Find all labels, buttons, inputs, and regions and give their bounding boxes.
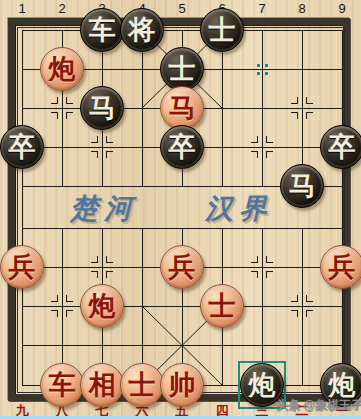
move-from-marker — [257, 64, 260, 67]
column-label-top-5: 5 — [172, 1, 192, 16]
piece-black-general[interactable]: 将 — [120, 8, 164, 52]
position-marker — [106, 271, 113, 278]
grid-line-vertical — [142, 30, 143, 186]
piece-red-chariot[interactable]: 车 — [40, 363, 84, 407]
piece-character: 士 — [169, 47, 196, 91]
piece-character: 兵 — [9, 245, 36, 289]
piece-red-advisor[interactable]: 士 — [120, 363, 164, 407]
position-marker — [51, 295, 58, 302]
piece-red-soldier[interactable]: 兵 — [320, 245, 361, 289]
column-label-top-2: 2 — [52, 1, 72, 16]
position-marker — [266, 136, 273, 143]
piece-black-soldier[interactable]: 卒 — [160, 125, 204, 169]
position-marker — [251, 136, 258, 143]
piece-character: 车 — [89, 8, 116, 52]
piece-black-horse[interactable]: 马 — [280, 164, 324, 208]
piece-character: 车 — [49, 363, 76, 407]
position-marker — [91, 151, 98, 158]
position-marker — [66, 295, 73, 302]
grid-line-vertical — [22, 30, 23, 385]
position-marker — [91, 271, 98, 278]
column-label-top-1: 1 — [12, 1, 32, 16]
position-marker — [66, 310, 73, 317]
piece-character: 马 — [289, 164, 316, 208]
river-text-right: 汉界 — [205, 190, 273, 228]
column-label-top-7: 7 — [252, 1, 272, 16]
position-marker — [306, 97, 313, 104]
position-marker — [66, 97, 73, 104]
position-marker — [106, 151, 113, 158]
grid-line-vertical — [142, 228, 143, 385]
grid-line-vertical — [302, 30, 303, 186]
river-text-left: 楚河 — [70, 190, 138, 228]
position-marker — [91, 136, 98, 143]
position-marker — [106, 256, 113, 263]
piece-character: 炮 — [89, 284, 116, 328]
piece-red-cannon[interactable]: 炮 — [40, 47, 84, 91]
grid-line-vertical — [62, 228, 63, 385]
piece-character: 卒 — [329, 125, 356, 169]
piece-character: 士 — [129, 363, 156, 407]
piece-red-soldier[interactable]: 兵 — [0, 245, 44, 289]
watermark-text: 头条 @象棋王子 — [276, 397, 361, 414]
position-marker — [306, 310, 313, 317]
grid-line-vertical — [222, 30, 223, 186]
piece-character: 帅 — [169, 363, 196, 407]
piece-red-soldier[interactable]: 兵 — [160, 245, 204, 289]
piece-character: 士 — [209, 284, 236, 328]
grid-line-vertical — [302, 228, 303, 385]
position-marker — [266, 256, 273, 263]
grid-line-vertical — [262, 30, 263, 186]
piece-red-horse[interactable]: 马 — [160, 86, 204, 130]
piece-red-elephant[interactable]: 相 — [80, 363, 124, 407]
piece-character: 马 — [169, 86, 196, 130]
piece-character: 卒 — [169, 125, 196, 169]
piece-character: 炮 — [249, 363, 276, 407]
piece-black-advisor[interactable]: 士 — [160, 47, 204, 91]
column-label-top-9: 9 — [332, 1, 352, 16]
position-marker — [91, 256, 98, 263]
piece-black-soldier[interactable]: 卒 — [0, 125, 44, 169]
piece-black-advisor[interactable]: 士 — [200, 8, 244, 52]
position-marker — [251, 256, 258, 263]
position-marker — [266, 271, 273, 278]
piece-black-chariot[interactable]: 车 — [80, 8, 124, 52]
position-marker — [291, 112, 298, 119]
piece-character: 卒 — [9, 125, 36, 169]
position-marker — [291, 97, 298, 104]
piece-character: 士 — [209, 8, 236, 52]
xiangqi-app: 楚河 汉界 车将士炮士马马卒卒卒马兵兵兵炮士车相士帅炮炮 头条 @象棋王子 12… — [0, 0, 361, 419]
piece-black-soldier[interactable]: 卒 — [320, 125, 361, 169]
move-from-marker — [265, 64, 268, 67]
column-label-top-8: 8 — [292, 1, 312, 16]
position-marker — [251, 271, 258, 278]
position-marker — [251, 151, 258, 158]
position-marker — [66, 112, 73, 119]
position-marker — [106, 136, 113, 143]
piece-red-cannon[interactable]: 炮 — [80, 284, 124, 328]
piece-character: 马 — [89, 86, 116, 130]
piece-character: 相 — [89, 363, 116, 407]
piece-character: 兵 — [169, 245, 196, 289]
position-marker — [306, 112, 313, 119]
position-marker — [51, 97, 58, 104]
piece-character: 炮 — [49, 47, 76, 91]
move-from-marker — [265, 72, 268, 75]
position-marker — [51, 112, 58, 119]
piece-red-general[interactable]: 帅 — [160, 363, 204, 407]
piece-black-horse[interactable]: 马 — [80, 86, 124, 130]
xiangqi-board[interactable]: 楚河 汉界 车将士炮士马马卒卒卒马兵兵兵炮士车相士帅炮炮 — [0, 0, 361, 419]
piece-character: 兵 — [329, 245, 356, 289]
position-marker — [291, 310, 298, 317]
position-marker — [306, 295, 313, 302]
position-marker — [291, 295, 298, 302]
piece-red-advisor[interactable]: 士 — [200, 284, 244, 328]
position-marker — [266, 151, 273, 158]
piece-character: 将 — [129, 8, 156, 52]
move-from-marker — [257, 72, 260, 75]
grid-line-vertical — [342, 30, 343, 385]
position-marker — [51, 310, 58, 317]
